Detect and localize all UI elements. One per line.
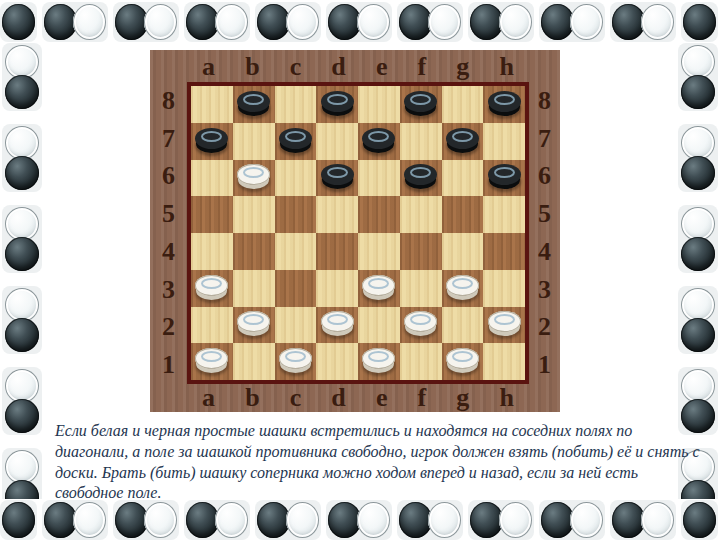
square-a5 [191, 196, 233, 233]
board-grid [187, 82, 529, 384]
decor-tile [681, 500, 718, 540]
square-b3 [233, 270, 275, 307]
decor-tile [326, 2, 392, 42]
white-checker-icon [215, 4, 248, 40]
decor-tile [610, 2, 676, 42]
rank-label-1: 1 [538, 350, 551, 380]
square-c4 [275, 233, 317, 270]
decor-tile [184, 500, 250, 540]
file-label-b: b [245, 52, 259, 82]
square-h2 [483, 307, 525, 344]
square-b2 [233, 307, 275, 344]
white-checker-a1 [195, 348, 228, 369]
decor-tile [539, 2, 605, 42]
square-c3 [275, 270, 317, 307]
white-checker-icon [286, 4, 319, 40]
white-checker-c1 [279, 348, 312, 369]
square-c7 [275, 123, 317, 160]
rank-labels-right: 87654321 [529, 82, 560, 384]
square-a8 [191, 86, 233, 123]
rank-label-6: 6 [162, 161, 175, 191]
square-h6 [483, 160, 525, 197]
black-checker-icon [683, 502, 716, 538]
square-c8 [275, 86, 317, 123]
decor-tile [255, 500, 321, 540]
rank-label-7: 7 [538, 124, 551, 154]
square-f8 [400, 86, 442, 123]
white-checker-icon [428, 502, 461, 538]
square-c2 [275, 307, 317, 344]
white-checker-f2 [404, 311, 437, 332]
file-labels-top: abcdefgh [187, 50, 529, 83]
file-label-h: h [499, 52, 513, 82]
square-h7 [483, 123, 525, 160]
decor-tile [468, 500, 534, 540]
square-a7 [191, 123, 233, 160]
decor-tile [397, 2, 463, 42]
file-label-d: d [331, 383, 345, 413]
black-checker-icon [5, 480, 39, 499]
file-labels-bottom: abcdefgh [187, 383, 529, 412]
black-checker-icon [5, 75, 39, 109]
square-c1 [275, 343, 317, 380]
white-checker-g1 [446, 348, 479, 369]
square-a2 [191, 307, 233, 344]
square-g6 [442, 160, 484, 197]
square-a6 [191, 160, 233, 197]
white-checker-icon [144, 4, 177, 40]
file-label-f: f [418, 52, 427, 82]
square-e3 [358, 270, 400, 307]
black-checker-h6 [488, 164, 521, 185]
white-checker-icon [73, 4, 106, 40]
white-checker-icon [681, 369, 715, 403]
square-a4 [191, 233, 233, 270]
decor-tile [468, 2, 534, 42]
white-checker-icon [641, 4, 674, 40]
black-checker-b8 [237, 91, 270, 112]
white-checker-d2 [321, 311, 354, 332]
white-checker-icon [73, 502, 106, 538]
rank-label-2: 2 [538, 312, 551, 342]
square-d5 [316, 196, 358, 233]
square-b6 [233, 160, 275, 197]
black-checker-h8 [488, 91, 521, 112]
square-d7 [316, 123, 358, 160]
square-d2 [316, 307, 358, 344]
square-e8 [358, 86, 400, 123]
decor-tile [2, 124, 42, 192]
decor-tile [678, 286, 718, 354]
decor-strip-top [0, 2, 720, 42]
square-b5 [233, 196, 275, 233]
square-g4 [442, 233, 484, 270]
black-checker-icon [681, 75, 715, 109]
square-f5 [400, 196, 442, 233]
white-checker-b2 [237, 311, 270, 332]
decor-tile [681, 2, 718, 42]
white-checker-icon [641, 502, 674, 538]
black-checker-icon [681, 237, 715, 271]
white-checker-icon [5, 207, 39, 241]
white-checker-g3 [446, 275, 479, 296]
decor-tile [2, 448, 42, 499]
file-label-c: c [290, 52, 302, 82]
white-checker-icon [499, 4, 532, 40]
black-checker-f6 [404, 164, 437, 185]
black-checker-icon [5, 399, 39, 433]
rank-labels-left: 87654321 [150, 82, 187, 384]
rank-label-4: 4 [538, 237, 551, 267]
square-g2 [442, 307, 484, 344]
black-checker-e7 [362, 128, 395, 149]
white-checker-icon [357, 502, 390, 538]
white-checker-a3 [195, 275, 228, 296]
caption-text: Если белая и черная простые шашки встрет… [55, 421, 700, 504]
square-a1 [191, 343, 233, 380]
square-h5 [483, 196, 525, 233]
square-g1 [442, 343, 484, 380]
checkers-board: abcdefgh 87654321 87654321 abcdefgh [150, 50, 560, 412]
decor-tile [2, 286, 42, 354]
rank-label-8: 8 [162, 86, 175, 116]
file-label-f: f [418, 383, 427, 413]
black-checker-icon [2, 4, 35, 40]
black-checker-icon [5, 237, 39, 271]
white-checker-icon [570, 502, 603, 538]
square-e1 [358, 343, 400, 380]
rank-label-5: 5 [162, 199, 175, 229]
black-checker-icon [5, 318, 39, 352]
decor-tile [397, 500, 463, 540]
square-f4 [400, 233, 442, 270]
square-g3 [442, 270, 484, 307]
square-d4 [316, 233, 358, 270]
square-c6 [275, 160, 317, 197]
white-checker-b6 [237, 164, 270, 185]
file-label-g: g [456, 52, 469, 82]
square-f7 [400, 123, 442, 160]
black-checker-icon [681, 156, 715, 190]
white-checker-icon [5, 126, 39, 160]
square-d1 [316, 343, 358, 380]
white-checker-icon [681, 45, 715, 79]
square-f6 [400, 160, 442, 197]
square-e7 [358, 123, 400, 160]
file-label-a: a [202, 52, 215, 82]
black-checker-a7 [195, 128, 228, 149]
white-checker-icon [357, 4, 390, 40]
square-h3 [483, 270, 525, 307]
square-h4 [483, 233, 525, 270]
square-b8 [233, 86, 275, 123]
square-b1 [233, 343, 275, 380]
file-label-a: a [202, 383, 215, 413]
rank-label-5: 5 [538, 199, 551, 229]
white-checker-icon [5, 288, 39, 322]
square-c5 [275, 196, 317, 233]
white-checker-icon [428, 4, 461, 40]
decor-tile [610, 500, 676, 540]
square-f3 [400, 270, 442, 307]
file-label-g: g [456, 383, 469, 413]
decor-tile [113, 500, 179, 540]
black-checker-d8 [321, 91, 354, 112]
white-checker-e1 [362, 348, 395, 369]
rank-label-6: 6 [538, 161, 551, 191]
square-e2 [358, 307, 400, 344]
decor-tile [678, 43, 718, 111]
square-b4 [233, 233, 275, 270]
square-a3 [191, 270, 233, 307]
decor-tile [539, 500, 605, 540]
white-checker-icon [681, 288, 715, 322]
square-e5 [358, 196, 400, 233]
black-checker-f8 [404, 91, 437, 112]
decor-tile [0, 500, 37, 540]
square-h1 [483, 343, 525, 380]
black-checker-d6 [321, 164, 354, 185]
rank-label-4: 4 [162, 237, 175, 267]
decor-tile [2, 367, 42, 435]
black-checker-icon [681, 318, 715, 352]
square-g7 [442, 123, 484, 160]
decor-tile [184, 2, 250, 42]
file-label-d: d [331, 52, 345, 82]
decor-strip-left [2, 43, 42, 499]
black-checker-c7 [279, 128, 312, 149]
white-checker-icon [681, 126, 715, 160]
square-e4 [358, 233, 400, 270]
white-checker-icon [499, 502, 532, 538]
decor-tile [255, 2, 321, 42]
square-d3 [316, 270, 358, 307]
rank-label-1: 1 [162, 350, 175, 380]
file-label-c: c [290, 383, 302, 413]
file-label-e: e [376, 383, 388, 413]
decor-tile [2, 205, 42, 273]
file-label-b: b [245, 383, 259, 413]
white-checker-icon [5, 45, 39, 79]
decor-tile [42, 2, 108, 42]
square-e6 [358, 160, 400, 197]
white-checker-icon [5, 369, 39, 403]
rank-label-7: 7 [162, 124, 175, 154]
black-checker-g7 [446, 128, 479, 149]
decor-tile [2, 43, 42, 111]
black-checker-icon [683, 4, 716, 40]
decor-tile [0, 2, 37, 42]
decor-tile [678, 124, 718, 192]
white-checker-icon [144, 502, 177, 538]
square-h8 [483, 86, 525, 123]
white-checker-icon [570, 4, 603, 40]
white-checker-icon [215, 502, 248, 538]
square-d6 [316, 160, 358, 197]
square-d8 [316, 86, 358, 123]
square-g8 [442, 86, 484, 123]
rank-label-2: 2 [162, 312, 175, 342]
decor-strip-bottom [0, 500, 720, 540]
decor-tile [113, 2, 179, 42]
file-label-e: e [376, 52, 388, 82]
rank-label-3: 3 [162, 275, 175, 305]
decor-tile [678, 205, 718, 273]
white-checker-e3 [362, 275, 395, 296]
black-checker-icon [5, 156, 39, 190]
square-f2 [400, 307, 442, 344]
square-g5 [442, 196, 484, 233]
white-checker-icon [286, 502, 319, 538]
square-b7 [233, 123, 275, 160]
rank-label-3: 3 [538, 275, 551, 305]
white-checker-icon [5, 450, 39, 484]
file-label-h: h [499, 383, 513, 413]
decor-tile [326, 500, 392, 540]
black-checker-icon [2, 502, 35, 538]
rank-label-8: 8 [538, 86, 551, 116]
square-f1 [400, 343, 442, 380]
white-checker-h2 [488, 311, 521, 332]
white-checker-icon [681, 207, 715, 241]
decor-tile [42, 500, 108, 540]
